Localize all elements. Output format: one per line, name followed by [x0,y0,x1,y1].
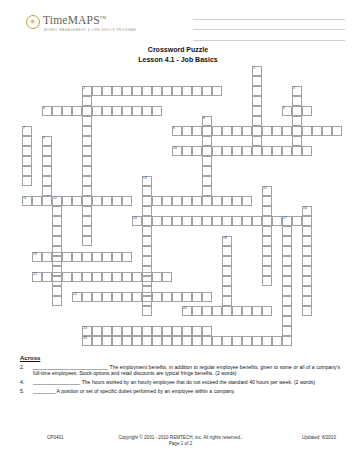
grid-cell[interactable] [332,126,342,136]
grid-cell[interactable] [122,106,132,116]
grid-cell[interactable] [192,292,202,302]
grid-cell[interactable] [172,86,182,96]
grid-cell[interactable] [142,236,152,246]
grid-cell[interactable] [172,292,182,302]
grid-cell[interactable] [42,196,52,206]
grid-cell[interactable] [222,306,232,316]
grid-cell[interactable] [82,126,92,136]
grid-cell[interactable] [302,306,312,316]
grid-cell[interactable] [122,292,132,302]
grid-cell[interactable] [252,136,262,146]
grid-cell[interactable] [262,206,272,216]
grid-cell[interactable] [302,276,312,286]
grid-cell[interactable] [202,126,212,136]
page-number: Page 1 of 2 [88,441,273,447]
grid-cell[interactable] [142,272,152,282]
grid-cell[interactable] [92,252,102,262]
grid-cell[interactable] [182,336,192,346]
document-code: CP0401 [47,435,64,440]
grid-cell[interactable] [292,136,302,146]
grid-cell[interactable] [282,296,292,306]
grid-cell[interactable] [292,146,302,156]
grid-cell[interactable] [182,86,192,96]
grid-cell[interactable] [252,76,262,86]
grid-cell[interactable] [92,196,102,206]
grid-cell[interactable] [82,206,92,216]
clue-number-label: 10 [173,147,177,150]
grid-cell[interactable] [262,306,272,316]
grid-cell[interactable] [82,116,92,126]
grid-cell[interactable] [282,126,292,136]
grid-cell[interactable] [22,166,32,176]
grid-cell[interactable] [142,226,152,236]
clue-number-label: 16 [303,207,307,210]
grid-cell[interactable] [122,336,132,346]
grid-cell[interactable] [262,276,272,286]
grid-cell[interactable] [122,196,132,206]
grid-cell[interactable] [222,216,232,226]
clues-section: Across 2.___________________________ The… [20,355,345,397]
grid-cell[interactable] [202,196,212,206]
grid-cell[interactable] [182,146,192,156]
grid-cell[interactable] [142,256,152,266]
across-clue-list: 2.___________________________ The employ… [20,364,345,394]
grid-cell[interactable] [202,86,212,96]
grid-cell[interactable] [252,336,262,346]
grid-cell[interactable] [262,226,272,236]
grid-cell[interactable] [152,336,162,346]
grid-cell[interactable] [262,336,272,346]
grid-cell[interactable] [192,326,202,336]
grid-cell[interactable] [302,226,312,236]
grid-cell[interactable] [222,276,232,286]
grid-cell[interactable] [82,236,92,246]
grid-cell[interactable] [282,236,292,246]
clue-number-label: 18 [223,237,227,240]
grid-cell[interactable] [112,252,122,262]
grid-cell[interactable] [132,326,142,336]
grid-cell[interactable] [102,272,112,282]
clue-number-label: 24 [83,337,87,340]
grid-cell[interactable] [52,286,62,296]
grid-cell[interactable] [172,326,182,336]
grid-cell[interactable] [292,116,302,126]
grid-cell[interactable] [302,246,312,256]
grid-cell[interactable] [82,176,92,186]
grid-cell[interactable] [142,292,152,302]
grid-cell[interactable] [82,272,92,282]
grid-cell[interactable] [202,146,212,156]
grid-cell[interactable] [302,126,312,136]
grid-cell[interactable] [62,196,72,206]
grid-cell[interactable] [272,336,282,346]
grid-cell[interactable] [92,326,102,336]
grid-cell[interactable] [222,336,232,346]
grid-cell[interactable] [262,216,272,226]
clue-number-label: 1 [253,67,255,70]
grid-cell[interactable] [162,86,172,96]
grid-cell[interactable] [162,216,172,226]
grid-cell[interactable] [82,146,92,156]
clue-number-label: 3 [293,87,295,90]
grid-cell[interactable] [282,276,292,286]
clue-item-text: ___________________________ The employme… [33,364,345,377]
grid-cell[interactable] [182,196,192,206]
clue-number-label: 6 [173,127,175,130]
clue-number-label: 8 [203,117,205,120]
grid-cell[interactable] [252,96,262,106]
grid-cell[interactable] [142,336,152,346]
grid-cell[interactable] [72,252,82,262]
grid-cell[interactable] [142,106,152,116]
grid-cell[interactable] [232,306,242,316]
grid-cell[interactable] [102,292,112,302]
clue-number-label: 23 [83,327,87,330]
grid-cell[interactable] [82,166,92,176]
clue-item-text: ________ A position or set of specific d… [33,388,345,394]
grid-cell[interactable] [172,216,182,226]
grid-cell[interactable] [42,146,52,156]
clue-item-number: 5. [20,388,33,394]
grid-cell[interactable] [92,336,102,346]
grid-cell[interactable] [162,292,172,302]
grid-cell[interactable] [242,126,252,136]
grid-cell[interactable] [202,216,212,226]
clue-item: 4._________________ The hours worked by … [20,379,345,385]
grid-cell[interactable] [82,136,92,146]
grid-cell[interactable] [252,216,262,226]
grid-cell[interactable] [102,86,112,96]
grid-cell[interactable] [252,86,262,96]
grid-cell[interactable] [212,126,222,136]
clue-number-label: 22 [73,293,77,296]
copyright-block: Copyright © 2001 - 2010 REMTECH, inc. Al… [88,435,273,448]
grid-cell[interactable] [182,326,192,336]
clue-item: 5.________ A position or set of specific… [20,388,345,394]
grid-cell[interactable] [202,166,212,176]
grid-cell[interactable] [142,206,152,216]
clue-item: 2.___________________________ The employ… [20,364,345,377]
grid-cell[interactable] [312,126,322,136]
grid-cell[interactable] [102,336,112,346]
grid-cell[interactable] [52,296,62,306]
grid-cell[interactable] [82,196,92,206]
grid-cell[interactable] [212,86,222,96]
grid-cell[interactable] [92,272,102,282]
grid-cell[interactable] [262,256,272,266]
grid-cell[interactable] [202,306,212,316]
grid-cell[interactable] [142,216,152,226]
grid-cell[interactable] [212,196,222,206]
grid-cell[interactable] [202,136,212,146]
grid-cell[interactable] [232,146,242,156]
clue-number-label: 9 [43,137,45,140]
grid-cell[interactable] [222,126,232,136]
grid-cell[interactable] [172,336,182,346]
grid-cell[interactable] [282,286,292,296]
grid-cell[interactable] [82,252,92,262]
grid-cell[interactable] [192,216,202,226]
grid-cell[interactable] [152,86,162,96]
grid-cell[interactable] [162,336,172,346]
grid-cell[interactable] [112,106,122,116]
grid-cell[interactable] [112,326,122,336]
grid-cell[interactable] [122,86,132,96]
grid-cell[interactable] [102,326,112,336]
grid-cell[interactable] [132,272,142,282]
grid-cell[interactable] [222,266,232,276]
grid-cell[interactable] [132,86,142,96]
grid-cell[interactable] [112,86,122,96]
grid-cell[interactable] [182,216,192,226]
grid-cell[interactable] [282,146,292,156]
grid-cell[interactable] [112,272,122,282]
grid-cell[interactable] [52,106,62,116]
grid-cell[interactable] [242,336,252,346]
grid-cell[interactable] [142,306,152,316]
grid-cell[interactable] [322,126,332,136]
grid-cell[interactable] [242,306,252,316]
grid-cell[interactable] [252,126,262,136]
grid-cell[interactable] [152,106,162,116]
grid-cell[interactable] [252,306,262,316]
grid-cell[interactable] [102,196,112,206]
grid-cell[interactable] [112,336,122,346]
crossword-grid: 123458679101315111216141718192122202324 [0,0,357,355]
grid-cell[interactable] [122,326,132,336]
clue-item-text: _________________ The hours worked by an… [33,379,345,385]
grid-cell[interactable] [302,266,312,276]
grid-cell[interactable] [302,256,312,266]
grid-cell[interactable] [92,86,102,96]
grid-cell[interactable] [262,126,272,136]
grid-cell[interactable] [82,216,92,226]
grid-cell[interactable] [282,326,292,336]
grid-cell[interactable] [292,126,302,136]
grid-cell[interactable] [142,86,152,96]
grid-cell[interactable] [52,236,62,246]
grid-cell[interactable] [262,146,272,156]
grid-cell[interactable] [82,106,92,116]
clue-number-label: 15 [263,187,267,190]
clue-number-label: 2 [83,87,85,90]
grid-cell[interactable] [42,186,52,196]
grid-cell[interactable] [282,336,292,346]
grid-cell[interactable] [82,156,92,166]
grid-cell[interactable] [282,266,292,276]
grid-cell[interactable] [272,146,282,156]
grid-cell[interactable] [112,292,122,302]
clue-number-label: 11 [23,197,27,200]
grid-cell[interactable] [52,216,62,226]
grid-cell[interactable] [132,106,142,116]
grid-cell[interactable] [152,272,162,282]
grid-cell[interactable] [62,272,72,282]
grid-cell[interactable] [172,196,182,206]
grid-cell[interactable] [152,292,162,302]
grid-cell[interactable] [282,246,292,256]
grid-cell[interactable] [252,146,262,156]
grid-cell[interactable] [252,106,262,116]
grid-cell[interactable] [22,176,32,186]
grid-cell[interactable] [142,186,152,196]
grid-cell[interactable] [192,336,202,346]
grid-cell[interactable] [32,196,42,206]
grid-cell[interactable] [262,196,272,206]
grid-cell[interactable] [42,166,52,176]
grid-cell[interactable] [272,216,282,226]
grid-cell[interactable] [232,126,242,136]
grid-cell[interactable] [82,226,92,236]
grid-cell[interactable] [302,146,312,156]
grid-cell[interactable] [212,216,222,226]
grid-cell[interactable] [302,106,312,116]
grid-cell[interactable] [22,136,32,146]
worksheet-page: ✳ TimeMAPSTM MONEY MANAGEMENT & LIFE SKI… [0,0,357,462]
grid-cell[interactable] [152,326,162,336]
grid-cell[interactable] [282,306,292,316]
grid-cell[interactable] [82,292,92,302]
grid-cell[interactable] [182,126,192,136]
clue-number-label: 5 [283,107,285,110]
grid-cell[interactable] [192,86,202,96]
clue-item-number: 2. [20,364,33,377]
grid-cell[interactable] [142,196,152,206]
clue-item-number: 4. [20,379,33,385]
grid-cell[interactable] [262,246,272,256]
grid-cell[interactable] [222,196,232,206]
grid-cell[interactable] [232,336,242,346]
grid-cell[interactable] [302,296,312,306]
grid-cell[interactable] [242,146,252,156]
grid-cell[interactable] [302,286,312,296]
grid-cell[interactable] [92,106,102,116]
grid-cell[interactable] [22,156,32,166]
grid-cell[interactable] [182,292,192,302]
grid-cell[interactable] [262,266,272,276]
grid-cell[interactable] [242,216,252,226]
grid-cell[interactable] [212,306,222,316]
grid-cell[interactable] [292,216,302,226]
clue-number-label: 21 [33,273,37,276]
grid-cell[interactable] [42,156,52,166]
grid-cell[interactable] [202,326,212,336]
grid-cell[interactable] [202,336,212,346]
clue-number-label: 12 [53,197,57,200]
grid-cell[interactable] [82,96,92,106]
grid-cell[interactable] [122,272,132,282]
grid-cell[interactable] [262,236,272,246]
clue-number-label: 19 [33,253,37,256]
grid-cell[interactable] [72,272,82,282]
grid-cell[interactable] [252,116,262,126]
grid-cell[interactable] [52,272,62,282]
grid-cell[interactable] [162,272,172,282]
grid-cell[interactable] [102,252,112,262]
grid-cell[interactable] [192,196,202,206]
grid-cell[interactable] [122,252,132,262]
grid-cell[interactable] [202,176,212,186]
grid-cell[interactable] [202,156,212,166]
grid-cell[interactable] [282,256,292,266]
grid-cell[interactable] [62,106,72,116]
grid-cell[interactable] [162,326,172,336]
grid-cell[interactable] [282,316,292,326]
grid-cell[interactable] [222,146,232,156]
grid-cell[interactable] [222,256,232,266]
grid-cell[interactable] [72,196,82,206]
grid-cell[interactable] [142,246,152,256]
grid-cell[interactable] [232,196,242,206]
grid-cell[interactable] [302,216,312,226]
grid-cell[interactable] [152,216,162,226]
grid-cell[interactable] [72,106,82,116]
grid-cell[interactable] [192,146,202,156]
clue-number-label: 7 [23,127,25,130]
grid-cell[interactable] [112,196,122,206]
grid-cell[interactable] [232,216,242,226]
updated-date: Updated: 8/2010 [302,435,336,440]
grid-cell[interactable] [42,252,52,262]
grid-cell[interactable] [202,186,212,196]
grid-cell[interactable] [82,186,92,196]
grid-cell[interactable] [42,176,52,186]
grid-cell[interactable] [152,196,162,206]
across-heading: Across [20,355,345,361]
grid-cell[interactable] [132,292,142,302]
grid-cell[interactable] [22,146,32,156]
grid-cell[interactable] [192,306,202,316]
clue-number-label: 17 [283,217,287,220]
grid-cell[interactable] [242,196,252,206]
grid-cell[interactable] [202,292,212,302]
clue-number-label: 13 [143,177,147,180]
grid-cell[interactable] [222,286,232,296]
grid-cell[interactable] [42,272,52,282]
grid-cell[interactable] [132,336,142,346]
grid-cell[interactable] [282,226,292,236]
grid-cell[interactable] [272,126,282,136]
grid-cell[interactable] [52,226,62,236]
grid-cell[interactable] [292,96,302,106]
grid-cell[interactable] [222,246,232,256]
grid-cell[interactable] [92,292,102,302]
clue-number-label: 14 [133,217,137,220]
grid-cell[interactable] [52,206,62,216]
grid-cell[interactable] [62,252,72,262]
grid-cell[interactable] [212,336,222,346]
clue-number-label: 20 [183,307,187,310]
grid-cell[interactable] [142,326,152,336]
grid-cell[interactable] [102,106,112,116]
grid-cell[interactable] [292,106,302,116]
clue-number-label: 4 [43,107,45,110]
grid-cell[interactable] [162,196,172,206]
grid-cell[interactable] [212,146,222,156]
grid-cell[interactable] [52,252,62,262]
grid-cell[interactable] [192,126,202,136]
grid-cell[interactable] [222,296,232,306]
grid-cell[interactable] [302,236,312,246]
